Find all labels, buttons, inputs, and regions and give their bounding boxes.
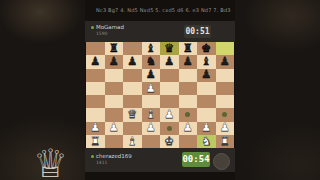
- piece-white-p[interactable]: ♟: [90, 122, 100, 134]
- piece-white-p[interactable]: ♟: [201, 122, 211, 134]
- square-h1[interactable]: ♜: [216, 135, 235, 148]
- piece-white-p[interactable]: ♟: [220, 122, 230, 134]
- square-a5[interactable]: [86, 82, 105, 95]
- square-a4[interactable]: [86, 95, 105, 108]
- square-d6[interactable]: ♟: [142, 69, 161, 82]
- square-c1[interactable]: ♝: [123, 135, 142, 148]
- piece-black-p[interactable]: ♟: [164, 56, 174, 68]
- legal-move-dot[interactable]: [167, 126, 172, 131]
- square-d5[interactable]: ♟: [142, 82, 161, 95]
- square-b4[interactable]: [105, 95, 124, 108]
- square-h6[interactable]: [216, 69, 235, 82]
- square-f7[interactable]: ♟: [179, 55, 198, 68]
- square-h5[interactable]: [216, 82, 235, 95]
- square-a6[interactable]: [86, 69, 105, 82]
- opponent-rating: 1590: [96, 31, 107, 36]
- square-e5[interactable]: [160, 82, 179, 95]
- video-frame: ♕ Nc3 Bg7 4. Nd5 Nxd5 5. cxd5 d6 6. e3 N…: [0, 0, 320, 180]
- square-d2[interactable]: ♟: [142, 122, 161, 135]
- square-f2[interactable]: ♟: [179, 122, 198, 135]
- square-b7[interactable]: ♟: [105, 55, 124, 68]
- square-h7[interactable]: ♟: [216, 55, 235, 68]
- chess-board[interactable]: ♜♝♛♜♚♟♟♟♞♟♟♝♟♟♟♟♛♝♟♟♟♟♟♟♟♜♝♚♞♜: [86, 42, 234, 148]
- menu-button[interactable]: [213, 153, 230, 170]
- square-f6[interactable]: [179, 69, 198, 82]
- piece-black-b[interactable]: ♝: [201, 56, 211, 68]
- square-e2[interactable]: [160, 122, 179, 135]
- piece-white-r[interactable]: ♜: [220, 136, 230, 148]
- player-name[interactable]: cherazed169: [96, 153, 132, 159]
- piece-black-b[interactable]: ♝: [146, 43, 156, 55]
- square-b1[interactable]: [105, 135, 124, 148]
- opponent-bar: MoGamad 1590 00:51: [85, 21, 235, 42]
- square-c7[interactable]: ♟: [123, 55, 142, 68]
- piece-white-p[interactable]: ♟: [146, 83, 156, 95]
- square-d1[interactable]: [142, 135, 161, 148]
- square-c3[interactable]: ♛: [123, 108, 142, 121]
- piece-black-k[interactable]: ♚: [201, 43, 211, 55]
- piece-white-p[interactable]: ♟: [109, 122, 119, 134]
- move-list[interactable]: Nc3 Bg7 4. Nd5 Nxd5 5. cxd5 d6 6. e3 Nd7…: [96, 6, 232, 14]
- piece-white-n[interactable]: ♞: [201, 136, 211, 148]
- square-a1[interactable]: ♜: [86, 135, 105, 148]
- online-dot: [91, 155, 94, 158]
- piece-black-n[interactable]: ♞: [146, 56, 156, 68]
- background-queen-icon: ♕: [33, 144, 68, 180]
- piece-white-b[interactable]: ♝: [146, 109, 156, 121]
- square-b5[interactable]: [105, 82, 124, 95]
- square-e3[interactable]: ♟: [160, 108, 179, 121]
- opponent-clock: 00:51: [184, 25, 211, 38]
- square-a7[interactable]: ♟: [86, 55, 105, 68]
- square-c2[interactable]: [123, 122, 142, 135]
- piece-black-q[interactable]: ♛: [164, 43, 174, 55]
- legal-move-dot[interactable]: [185, 112, 190, 117]
- piece-white-k[interactable]: ♚: [164, 136, 174, 148]
- piece-black-p[interactable]: ♟: [127, 56, 137, 68]
- piece-black-p[interactable]: ♟: [109, 56, 119, 68]
- online-dot: [91, 26, 94, 29]
- piece-white-r[interactable]: ♜: [90, 136, 100, 148]
- piece-white-p[interactable]: ♟: [146, 122, 156, 134]
- square-g6[interactable]: ♟: [197, 69, 216, 82]
- piece-white-q[interactable]: ♛: [127, 109, 137, 121]
- square-g2[interactable]: ♟: [197, 122, 216, 135]
- square-f4[interactable]: [179, 95, 198, 108]
- square-f5[interactable]: [179, 82, 198, 95]
- game-column: Nc3 Bg7 4. Nd5 Nxd5 5. cxd5 d6 6. e3 Nd7…: [85, 0, 235, 180]
- piece-black-p[interactable]: ♟: [201, 69, 211, 81]
- piece-black-r[interactable]: ♜: [183, 43, 193, 55]
- square-a2[interactable]: ♟: [86, 122, 105, 135]
- opponent-name[interactable]: MoGamad: [96, 24, 124, 30]
- player-bar: cherazed169 1411 00:54: [85, 148, 235, 172]
- square-h2[interactable]: ♟: [216, 122, 235, 135]
- piece-black-p[interactable]: ♟: [183, 56, 193, 68]
- square-b6[interactable]: [105, 69, 124, 82]
- legal-move-dot[interactable]: [222, 112, 227, 117]
- piece-black-r[interactable]: ♜: [109, 43, 119, 55]
- square-g4[interactable]: [197, 95, 216, 108]
- piece-black-p[interactable]: ♟: [220, 56, 230, 68]
- square-c5[interactable]: [123, 82, 142, 95]
- piece-black-p[interactable]: ♟: [146, 69, 156, 81]
- piece-black-p[interactable]: ♟: [90, 56, 100, 68]
- square-g1[interactable]: ♞: [197, 135, 216, 148]
- piece-white-p[interactable]: ♟: [164, 109, 174, 121]
- square-e7[interactable]: ♟: [160, 55, 179, 68]
- player-rating: 1411: [96, 160, 107, 165]
- square-g5[interactable]: [197, 82, 216, 95]
- piece-white-b[interactable]: ♝: [127, 136, 137, 148]
- piece-white-p[interactable]: ♟: [183, 122, 193, 134]
- square-h4[interactable]: [216, 95, 235, 108]
- player-clock: 00:54: [182, 152, 210, 167]
- square-c6[interactable]: [123, 69, 142, 82]
- square-b2[interactable]: ♟: [105, 122, 124, 135]
- square-f1[interactable]: [179, 135, 198, 148]
- square-e6[interactable]: [160, 69, 179, 82]
- square-e1[interactable]: ♚: [160, 135, 179, 148]
